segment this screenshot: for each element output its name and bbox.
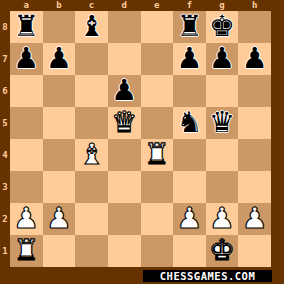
white-bishop: ♝	[79, 140, 105, 169]
black-pawn: ♟	[209, 44, 235, 73]
square-h7: ♟	[238, 43, 271, 75]
square-g1: ♚	[206, 235, 239, 267]
white-pawn: ♟	[209, 204, 235, 233]
white-pawn: ♟	[13, 204, 39, 233]
square-f6	[173, 75, 206, 107]
square-b6	[43, 75, 76, 107]
square-a2: ♟	[10, 203, 43, 235]
square-f5: ♞	[173, 107, 206, 139]
square-h6	[238, 75, 271, 107]
square-e1	[141, 235, 174, 267]
square-f7: ♟	[173, 43, 206, 75]
square-d4	[108, 139, 141, 171]
black-king: ♚	[209, 12, 235, 41]
square-a5	[10, 107, 43, 139]
square-d6: ♟	[108, 75, 141, 107]
square-b1	[43, 235, 76, 267]
square-f2: ♟	[173, 203, 206, 235]
file-label-e: e	[141, 0, 174, 11]
square-g4	[206, 139, 239, 171]
square-c5	[75, 107, 108, 139]
square-b2: ♟	[43, 203, 76, 235]
black-queen: ♛	[209, 108, 235, 137]
rank-label-5: 5	[0, 107, 10, 139]
file-label-a: a	[10, 0, 43, 11]
square-d3	[108, 171, 141, 203]
square-h4	[238, 139, 271, 171]
square-c6	[75, 75, 108, 107]
square-d1	[108, 235, 141, 267]
square-e6	[141, 75, 174, 107]
white-rook: ♜	[13, 236, 39, 265]
square-a3	[10, 171, 43, 203]
square-d2	[108, 203, 141, 235]
black-knight: ♞	[176, 108, 202, 137]
rank-label-1: 1	[0, 235, 10, 267]
square-c8: ♝	[75, 11, 108, 43]
square-e8	[141, 11, 174, 43]
square-b8	[43, 11, 76, 43]
white-pawn: ♟	[46, 204, 72, 233]
rank-label-7: 7	[0, 43, 10, 75]
square-g2: ♟	[206, 203, 239, 235]
square-g3	[206, 171, 239, 203]
square-e2	[141, 203, 174, 235]
square-e5	[141, 107, 174, 139]
chess-diagram: ♜♝♜♚♟♟♟♟♟♟♛♞♛♝♜♟♟♟♟♟♜♚ abcdefgh 87654321…	[0, 0, 284, 284]
square-e3	[141, 171, 174, 203]
black-bishop: ♝	[79, 12, 105, 41]
square-c7	[75, 43, 108, 75]
rank-label-3: 3	[0, 171, 10, 203]
black-pawn: ♟	[46, 44, 72, 73]
square-g7: ♟	[206, 43, 239, 75]
file-label-b: b	[43, 0, 76, 11]
file-label-h: h	[238, 0, 271, 11]
white-pawn: ♟	[176, 204, 202, 233]
square-h8	[238, 11, 271, 43]
square-a4	[10, 139, 43, 171]
chessgames-watermark: CHESSGAMES.COM	[143, 270, 272, 282]
black-pawn: ♟	[176, 44, 202, 73]
square-a8: ♜	[10, 11, 43, 43]
black-pawn: ♟	[242, 44, 268, 73]
white-pawn: ♟	[242, 204, 268, 233]
square-g8: ♚	[206, 11, 239, 43]
square-a7: ♟	[10, 43, 43, 75]
black-rook: ♜	[176, 12, 202, 41]
square-g5: ♛	[206, 107, 239, 139]
white-queen: ♛	[111, 108, 137, 137]
square-h1	[238, 235, 271, 267]
file-label-c: c	[75, 0, 108, 11]
black-rook: ♜	[13, 12, 39, 41]
rank-label-2: 2	[0, 203, 10, 235]
square-d8	[108, 11, 141, 43]
square-c1	[75, 235, 108, 267]
square-c4: ♝	[75, 139, 108, 171]
square-h2: ♟	[238, 203, 271, 235]
square-c2	[75, 203, 108, 235]
white-king: ♚	[209, 236, 235, 265]
square-b3	[43, 171, 76, 203]
black-pawn: ♟	[111, 76, 137, 105]
chess-board: ♜♝♜♚♟♟♟♟♟♟♛♞♛♝♜♟♟♟♟♟♜♚	[10, 11, 271, 267]
square-b5	[43, 107, 76, 139]
square-a1: ♜	[10, 235, 43, 267]
file-label-g: g	[206, 0, 239, 11]
file-label-f: f	[173, 0, 206, 11]
rank-label-8: 8	[0, 11, 10, 43]
square-e4: ♜	[141, 139, 174, 171]
rank-label-4: 4	[0, 139, 10, 171]
square-f1	[173, 235, 206, 267]
square-e7	[141, 43, 174, 75]
square-d7	[108, 43, 141, 75]
square-b7: ♟	[43, 43, 76, 75]
square-c3	[75, 171, 108, 203]
white-rook: ♜	[144, 140, 170, 169]
black-pawn: ♟	[13, 44, 39, 73]
rank-label-6: 6	[0, 75, 10, 107]
square-f3	[173, 171, 206, 203]
square-f4	[173, 139, 206, 171]
square-h3	[238, 171, 271, 203]
file-label-d: d	[108, 0, 141, 11]
square-f8: ♜	[173, 11, 206, 43]
square-g6	[206, 75, 239, 107]
square-b4	[43, 139, 76, 171]
square-d5: ♛	[108, 107, 141, 139]
square-a6	[10, 75, 43, 107]
square-h5	[238, 107, 271, 139]
